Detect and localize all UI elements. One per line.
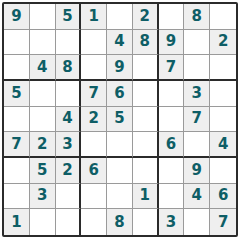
cell-r8c7[interactable] (159, 184, 185, 210)
cell-r6c7[interactable]: 6 (159, 132, 185, 158)
cell-r1c5[interactable] (107, 4, 133, 30)
cell-r9c6[interactable] (133, 209, 159, 235)
cell-r3c9[interactable] (210, 55, 236, 81)
cell-r7c7[interactable] (159, 158, 185, 184)
cell-r6c5[interactable] (107, 132, 133, 158)
cell-r8c4[interactable] (81, 184, 107, 210)
cell-r2c8[interactable] (184, 30, 210, 56)
cell-r8c1[interactable] (4, 184, 30, 210)
cell-r2c5[interactable]: 4 (107, 30, 133, 56)
cell-r9c4[interactable] (81, 209, 107, 235)
cell-r5c2[interactable] (30, 107, 56, 133)
cell-r6c2[interactable]: 2 (30, 132, 56, 158)
cell-r3c5[interactable]: 9 (107, 55, 133, 81)
cell-r8c6[interactable]: 1 (133, 184, 159, 210)
cell-r8c9[interactable]: 6 (210, 184, 236, 210)
cell-r8c3[interactable] (56, 184, 82, 210)
cell-r8c8[interactable]: 4 (184, 184, 210, 210)
cell-r6c9[interactable]: 4 (210, 132, 236, 158)
cell-r1c7[interactable] (159, 4, 185, 30)
cell-r8c5[interactable] (107, 184, 133, 210)
cell-r4c6[interactable] (133, 81, 159, 107)
cell-r2c7[interactable]: 9 (159, 30, 185, 56)
cell-r5c4[interactable]: 2 (81, 107, 107, 133)
cell-r9c2[interactable] (30, 209, 56, 235)
cell-r2c1[interactable] (4, 30, 30, 56)
sudoku-grid: 95128489248975763425772364526931461837 (2, 2, 238, 237)
cell-r3c6[interactable] (133, 55, 159, 81)
cell-r9c8[interactable] (184, 209, 210, 235)
cell-r5c1[interactable] (4, 107, 30, 133)
cell-r9c5[interactable]: 8 (107, 209, 133, 235)
cell-r2c4[interactable] (81, 30, 107, 56)
cell-r4c1[interactable]: 5 (4, 81, 30, 107)
cell-r6c4[interactable] (81, 132, 107, 158)
cell-r7c4[interactable]: 6 (81, 158, 107, 184)
cell-r1c4[interactable]: 1 (81, 4, 107, 30)
cell-r3c3[interactable]: 8 (56, 55, 82, 81)
cell-r1c6[interactable]: 2 (133, 4, 159, 30)
cell-r2c3[interactable] (56, 30, 82, 56)
cell-r5c9[interactable] (210, 107, 236, 133)
cell-r9c1[interactable]: 1 (4, 209, 30, 235)
cell-r5c6[interactable] (133, 107, 159, 133)
cell-r6c6[interactable] (133, 132, 159, 158)
cell-r7c9[interactable] (210, 158, 236, 184)
cell-r9c9[interactable]: 7 (210, 209, 236, 235)
cell-r7c6[interactable] (133, 158, 159, 184)
cell-r1c2[interactable] (30, 4, 56, 30)
cell-r8c2[interactable]: 3 (30, 184, 56, 210)
cell-r5c7[interactable] (159, 107, 185, 133)
cell-r1c3[interactable]: 5 (56, 4, 82, 30)
cell-r7c8[interactable]: 9 (184, 158, 210, 184)
cell-r5c3[interactable]: 4 (56, 107, 82, 133)
cell-r4c5[interactable]: 6 (107, 81, 133, 107)
cell-r1c8[interactable]: 8 (184, 4, 210, 30)
cell-r4c4[interactable]: 7 (81, 81, 107, 107)
cell-r6c1[interactable]: 7 (4, 132, 30, 158)
cell-r3c4[interactable] (81, 55, 107, 81)
cell-r3c1[interactable] (4, 55, 30, 81)
cell-r3c7[interactable]: 7 (159, 55, 185, 81)
cell-r5c5[interactable]: 5 (107, 107, 133, 133)
cell-r9c7[interactable]: 3 (159, 209, 185, 235)
cell-r3c2[interactable]: 4 (30, 55, 56, 81)
cell-r2c9[interactable]: 2 (210, 30, 236, 56)
cell-r2c2[interactable] (30, 30, 56, 56)
cell-r4c8[interactable]: 3 (184, 81, 210, 107)
cell-r4c7[interactable] (159, 81, 185, 107)
cell-r4c3[interactable] (56, 81, 82, 107)
cell-r2c6[interactable]: 8 (133, 30, 159, 56)
cell-r7c2[interactable]: 5 (30, 158, 56, 184)
cell-r3c8[interactable] (184, 55, 210, 81)
cell-r4c9[interactable] (210, 81, 236, 107)
cell-r6c8[interactable] (184, 132, 210, 158)
cell-r7c3[interactable]: 2 (56, 158, 82, 184)
cell-r7c5[interactable] (107, 158, 133, 184)
cell-r1c1[interactable]: 9 (4, 4, 30, 30)
sudoku-board: 95128489248975763425772364526931461837 (0, 0, 240, 239)
cell-r1c9[interactable] (210, 4, 236, 30)
cell-r7c1[interactable] (4, 158, 30, 184)
cell-r4c2[interactable] (30, 81, 56, 107)
cell-r6c3[interactable]: 3 (56, 132, 82, 158)
cell-r5c8[interactable]: 7 (184, 107, 210, 133)
cell-r9c3[interactable] (56, 209, 82, 235)
